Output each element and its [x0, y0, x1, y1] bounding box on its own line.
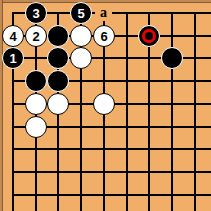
stone-black-move-1[interactable]: 1 [2, 47, 24, 69]
grid-line-vertical [126, 12, 128, 211]
stone-black-move-5[interactable]: 5 [70, 2, 92, 24]
grid-line-vertical [171, 12, 173, 211]
grid-line-horizontal [12, 148, 211, 150]
stone-white[interactable] [25, 93, 47, 115]
stone-black-marked[interactable] [138, 25, 160, 47]
stone-white[interactable] [93, 93, 115, 115]
circle-mark-icon [142, 29, 156, 43]
go-board-diagram[interactable]: a 354261 [0, 0, 211, 211]
stone-white[interactable] [25, 116, 47, 138]
stone-white[interactable] [47, 93, 69, 115]
stone-black[interactable] [25, 70, 47, 92]
stone-black[interactable] [47, 25, 69, 47]
grid-line-horizontal [12, 171, 211, 173]
stone-white-move-4[interactable]: 4 [2, 25, 24, 47]
stone-black[interactable] [47, 70, 69, 92]
grid-line-vertical [194, 12, 196, 211]
grid-line-horizontal [12, 194, 211, 196]
stone-black[interactable] [47, 47, 69, 69]
stone-white-move-2[interactable]: 2 [25, 25, 47, 47]
stone-white-move-6[interactable]: 6 [93, 25, 115, 47]
stone-white[interactable] [70, 47, 92, 69]
point-label-a[interactable]: a [95, 4, 112, 21]
stone-black-move-3[interactable]: 3 [25, 2, 47, 24]
stone-black[interactable] [161, 47, 183, 69]
stone-white[interactable] [70, 25, 92, 47]
